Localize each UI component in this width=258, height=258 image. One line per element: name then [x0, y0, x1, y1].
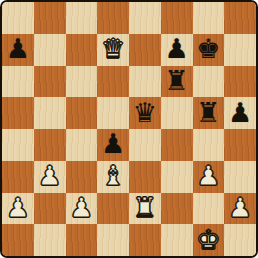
square-a3[interactable] — [2, 161, 34, 193]
square-g8[interactable] — [193, 2, 225, 34]
black-queen-e5: ♛ — [133, 99, 157, 126]
square-b5[interactable] — [34, 97, 66, 129]
white-rook-e2: ♜ — [133, 194, 157, 221]
white-pawn-c2: ♟ — [69, 194, 93, 221]
square-a7[interactable]: ♟ — [2, 34, 34, 66]
square-f8[interactable] — [161, 2, 193, 34]
square-b3[interactable]: ♟ — [34, 161, 66, 193]
square-e7[interactable] — [129, 34, 161, 66]
square-h8[interactable] — [224, 2, 256, 34]
square-c8[interactable] — [66, 2, 98, 34]
square-e4[interactable] — [129, 129, 161, 161]
square-g6[interactable] — [193, 66, 225, 98]
square-a6[interactable] — [2, 66, 34, 98]
square-e3[interactable] — [129, 161, 161, 193]
square-a2[interactable]: ♟ — [2, 193, 34, 225]
square-a5[interactable] — [2, 97, 34, 129]
black-pawn-h5: ♟ — [228, 99, 252, 126]
square-b4[interactable] — [34, 129, 66, 161]
square-g3[interactable]: ♟ — [193, 161, 225, 193]
square-g1[interactable]: ♚ — [193, 224, 225, 256]
square-f6[interactable]: ♜ — [161, 66, 193, 98]
square-f7[interactable]: ♟ — [161, 34, 193, 66]
square-b2[interactable] — [34, 193, 66, 225]
square-c4[interactable] — [66, 129, 98, 161]
square-f5[interactable] — [161, 97, 193, 129]
black-rook-f6: ♜ — [165, 67, 189, 94]
white-king-g1: ♚ — [196, 226, 220, 253]
square-a4[interactable] — [2, 129, 34, 161]
square-d6[interactable] — [97, 66, 129, 98]
square-c1[interactable] — [66, 224, 98, 256]
square-b7[interactable] — [34, 34, 66, 66]
square-h6[interactable] — [224, 66, 256, 98]
square-e1[interactable] — [129, 224, 161, 256]
square-d8[interactable] — [97, 2, 129, 34]
square-e5[interactable]: ♛ — [129, 97, 161, 129]
square-b1[interactable] — [34, 224, 66, 256]
square-f4[interactable] — [161, 129, 193, 161]
black-rook-g5: ♜ — [196, 99, 220, 126]
square-d2[interactable] — [97, 193, 129, 225]
square-d3[interactable]: ♝ — [97, 161, 129, 193]
square-a1[interactable] — [2, 224, 34, 256]
square-f2[interactable] — [161, 193, 193, 225]
white-pawn-a2: ♟ — [6, 194, 30, 221]
square-f3[interactable] — [161, 161, 193, 193]
square-h1[interactable] — [224, 224, 256, 256]
chess-board-frame: ♟♛♟♚♜♛♜♟♟♟♝♟♟♟♜♟♚ — [0, 0, 258, 258]
square-g7[interactable]: ♚ — [193, 34, 225, 66]
square-b8[interactable] — [34, 2, 66, 34]
chess-board: ♟♛♟♚♜♛♜♟♟♟♝♟♟♟♜♟♚ — [2, 2, 256, 256]
square-e8[interactable] — [129, 2, 161, 34]
white-pawn-b3: ♟ — [38, 162, 62, 189]
square-b6[interactable] — [34, 66, 66, 98]
square-f1[interactable] — [161, 224, 193, 256]
black-pawn-a7: ♟ — [6, 35, 30, 62]
black-pawn-d4: ♟ — [101, 130, 125, 157]
square-h3[interactable] — [224, 161, 256, 193]
square-d1[interactable] — [97, 224, 129, 256]
square-g2[interactable] — [193, 193, 225, 225]
square-e6[interactable] — [129, 66, 161, 98]
square-h4[interactable] — [224, 129, 256, 161]
square-g4[interactable] — [193, 129, 225, 161]
square-d7[interactable]: ♛ — [97, 34, 129, 66]
square-g5[interactable]: ♜ — [193, 97, 225, 129]
square-c2[interactable]: ♟ — [66, 193, 98, 225]
black-king-g7: ♚ — [196, 35, 220, 62]
square-a8[interactable] — [2, 2, 34, 34]
square-h7[interactable] — [224, 34, 256, 66]
white-bishop-d3: ♝ — [101, 162, 125, 189]
square-c7[interactable] — [66, 34, 98, 66]
square-c6[interactable] — [66, 66, 98, 98]
white-queen-d7: ♛ — [101, 35, 125, 62]
white-pawn-g3: ♟ — [196, 162, 220, 189]
white-pawn-h2: ♟ — [228, 194, 252, 221]
square-d5[interactable] — [97, 97, 129, 129]
square-h5[interactable]: ♟ — [224, 97, 256, 129]
square-e2[interactable]: ♜ — [129, 193, 161, 225]
square-d4[interactable]: ♟ — [97, 129, 129, 161]
square-h2[interactable]: ♟ — [224, 193, 256, 225]
square-c3[interactable] — [66, 161, 98, 193]
black-pawn-f7: ♟ — [165, 35, 189, 62]
square-c5[interactable] — [66, 97, 98, 129]
